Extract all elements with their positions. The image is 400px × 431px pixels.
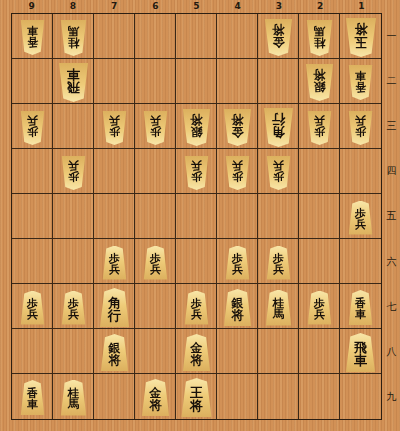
piece-lance-gote[interactable]: 香車 bbox=[348, 65, 373, 100]
piece-kanji: 車 bbox=[27, 399, 38, 410]
piece-gold-gote[interactable]: 金将 bbox=[264, 19, 293, 56]
piece-pawn-gote[interactable]: 歩兵 bbox=[307, 111, 332, 145]
piece-knight-gote[interactable]: 桂馬 bbox=[306, 20, 333, 56]
piece-pawn-sente[interactable]: 歩兵 bbox=[307, 291, 332, 325]
piece-king-sente[interactable]: 王将 bbox=[181, 378, 213, 417]
piece-pawn-sente[interactable]: 歩兵 bbox=[225, 246, 250, 280]
piece-kanji: 将 bbox=[232, 114, 244, 126]
piece-kanji: 香 bbox=[27, 36, 38, 47]
piece-kanji: 兵 bbox=[150, 264, 161, 275]
piece-pawn-gote[interactable]: 歩兵 bbox=[348, 111, 373, 145]
rank-label-8: 八 bbox=[383, 330, 400, 375]
piece-kanji: 歩 bbox=[27, 126, 38, 137]
piece-kanji: 兵 bbox=[109, 115, 120, 126]
piece-kanji: 車 bbox=[27, 25, 38, 36]
piece-kanji: 兵 bbox=[191, 309, 202, 320]
piece-lance-gote[interactable]: 香車 bbox=[20, 20, 45, 55]
rank-label-1: 一 bbox=[383, 13, 400, 58]
piece-pawn-gote[interactable]: 歩兵 bbox=[184, 156, 209, 190]
piece-pawn-gote[interactable]: 歩兵 bbox=[143, 111, 168, 145]
piece-bishop-sente[interactable]: 角行 bbox=[99, 288, 130, 327]
piece-silver-sente[interactable]: 銀将 bbox=[100, 334, 129, 371]
piece-knight-gote[interactable]: 桂馬 bbox=[60, 20, 87, 56]
file-label-6: 6 bbox=[135, 0, 176, 13]
piece-lance-sente[interactable]: 香車 bbox=[348, 290, 373, 325]
piece-pawn-sente[interactable]: 歩兵 bbox=[348, 201, 373, 235]
piece-kanji: 兵 bbox=[273, 264, 284, 275]
piece-silver-gote[interactable]: 銀将 bbox=[182, 109, 211, 146]
piece-kanji: 兵 bbox=[27, 115, 38, 126]
piece-kanji: 兵 bbox=[68, 160, 79, 171]
piece-kanji: 兵 bbox=[355, 219, 366, 230]
piece-kanji: 将 bbox=[232, 309, 244, 321]
file-label-1: 1 bbox=[341, 0, 382, 13]
file-labels: 987654321 bbox=[11, 0, 382, 13]
file-label-2: 2 bbox=[300, 0, 341, 13]
piece-lance-sente[interactable]: 香車 bbox=[20, 380, 45, 415]
piece-kanji: 車 bbox=[355, 70, 366, 81]
piece-kanji: 兵 bbox=[27, 309, 38, 320]
piece-kanji: 兵 bbox=[68, 309, 79, 320]
piece-kanji: 車 bbox=[67, 68, 80, 81]
shogi-app: 987654321 一二三四五六七八九 香車桂馬金将桂馬玉将飛車銀将香車歩兵歩兵… bbox=[0, 0, 400, 431]
piece-kanji: 歩 bbox=[68, 171, 79, 182]
shogi-board: 香車桂馬金将桂馬玉将飛車銀将香車歩兵歩兵歩兵銀将金将角行歩兵歩兵歩兵歩兵歩兵歩兵… bbox=[11, 13, 382, 420]
piece-pawn-sente[interactable]: 歩兵 bbox=[61, 291, 86, 325]
piece-pawn-gote[interactable]: 歩兵 bbox=[225, 156, 250, 190]
piece-kanji: 歩 bbox=[355, 126, 366, 137]
piece-kanji: 馬 bbox=[68, 25, 80, 37]
piece-kanji: 将 bbox=[354, 23, 367, 36]
piece-pawn-gote[interactable]: 歩兵 bbox=[20, 111, 45, 145]
rank-label-5: 五 bbox=[383, 194, 400, 239]
piece-kanji: 香 bbox=[355, 81, 366, 92]
piece-kanji: 歩 bbox=[109, 126, 120, 137]
piece-kanji: 兵 bbox=[232, 264, 243, 275]
piece-kanji: 兵 bbox=[191, 160, 202, 171]
piece-kanji: 将 bbox=[273, 24, 285, 36]
piece-kanji: 銀 bbox=[314, 81, 326, 93]
rank-label-7: 七 bbox=[383, 284, 400, 329]
piece-kanji: 車 bbox=[355, 309, 366, 320]
piece-king-gote[interactable]: 玉将 bbox=[345, 18, 377, 57]
file-label-3: 3 bbox=[258, 0, 299, 13]
piece-kanji: 歩 bbox=[273, 171, 284, 182]
piece-gold-gote[interactable]: 金将 bbox=[223, 109, 252, 146]
file-label-4: 4 bbox=[217, 0, 258, 13]
rank-label-6: 六 bbox=[383, 239, 400, 284]
piece-kanji: 馬 bbox=[314, 25, 326, 37]
piece-kanji: 将 bbox=[314, 69, 326, 81]
piece-rook-gote[interactable]: 飛車 bbox=[58, 63, 89, 102]
piece-kanji: 歩 bbox=[314, 126, 325, 137]
piece-knight-sente[interactable]: 桂馬 bbox=[60, 380, 87, 416]
piece-pawn-gote[interactable]: 歩兵 bbox=[102, 111, 127, 145]
piece-kanji: 将 bbox=[191, 354, 203, 366]
piece-kanji: 行 bbox=[272, 113, 285, 126]
piece-kanji: 兵 bbox=[109, 264, 120, 275]
piece-kanji: 歩 bbox=[150, 126, 161, 137]
piece-kanji: 角 bbox=[272, 126, 285, 139]
piece-kanji: 兵 bbox=[273, 160, 284, 171]
rank-label-2: 二 bbox=[383, 58, 400, 103]
piece-silver-gote[interactable]: 銀将 bbox=[305, 64, 334, 101]
file-label-8: 8 bbox=[52, 0, 93, 13]
piece-kanji: 馬 bbox=[273, 309, 285, 321]
piece-kanji: 歩 bbox=[191, 171, 202, 182]
piece-kanji: 兵 bbox=[150, 115, 161, 126]
piece-kanji: 飛 bbox=[67, 81, 80, 94]
piece-kanji: 玉 bbox=[354, 36, 367, 49]
piece-kanji: 将 bbox=[150, 399, 162, 411]
piece-pawn-sente[interactable]: 歩兵 bbox=[20, 291, 45, 325]
piece-silver-sente[interactable]: 銀将 bbox=[223, 289, 252, 326]
piece-kanji: 馬 bbox=[68, 399, 80, 411]
piece-knight-sente[interactable]: 桂馬 bbox=[265, 290, 292, 326]
piece-kanji: 金 bbox=[273, 36, 285, 48]
piece-rook-sente[interactable]: 飛車 bbox=[345, 333, 376, 372]
piece-bishop-gote[interactable]: 角行 bbox=[263, 108, 294, 147]
piece-kanji: 兵 bbox=[314, 309, 325, 320]
rank-label-9: 九 bbox=[383, 375, 400, 420]
piece-kanji: 歩 bbox=[232, 171, 243, 182]
rank-label-3: 三 bbox=[383, 103, 400, 148]
file-label-7: 7 bbox=[93, 0, 134, 13]
piece-pawn-sente[interactable]: 歩兵 bbox=[266, 246, 291, 280]
piece-kanji: 車 bbox=[354, 354, 367, 367]
piece-pawn-sente[interactable]: 歩兵 bbox=[184, 291, 209, 325]
piece-kanji: 将 bbox=[191, 114, 203, 126]
piece-pawn-sente[interactable]: 歩兵 bbox=[102, 246, 127, 280]
file-label-5: 5 bbox=[176, 0, 217, 13]
piece-pawn-gote[interactable]: 歩兵 bbox=[266, 156, 291, 190]
piece-kanji: 将 bbox=[109, 354, 121, 366]
piece-kanji: 将 bbox=[190, 399, 203, 412]
pieces-layer: 香車桂馬金将桂馬玉将飛車銀将香車歩兵歩兵歩兵銀将金将角行歩兵歩兵歩兵歩兵歩兵歩兵… bbox=[12, 14, 381, 419]
rank-label-4: 四 bbox=[383, 149, 400, 194]
piece-kanji: 行 bbox=[108, 309, 121, 322]
piece-pawn-gote[interactable]: 歩兵 bbox=[61, 156, 86, 190]
piece-gold-sente[interactable]: 金将 bbox=[141, 379, 170, 416]
piece-pawn-sente[interactable]: 歩兵 bbox=[143, 246, 168, 280]
file-label-9: 9 bbox=[11, 0, 52, 13]
piece-kanji: 兵 bbox=[232, 160, 243, 171]
piece-kanji: 銀 bbox=[191, 126, 203, 138]
piece-kanji: 金 bbox=[232, 126, 244, 138]
rank-labels: 一二三四五六七八九 bbox=[383, 13, 400, 420]
piece-kanji: 兵 bbox=[314, 115, 325, 126]
piece-kanji: 兵 bbox=[355, 115, 366, 126]
piece-gold-sente[interactable]: 金将 bbox=[182, 334, 211, 371]
